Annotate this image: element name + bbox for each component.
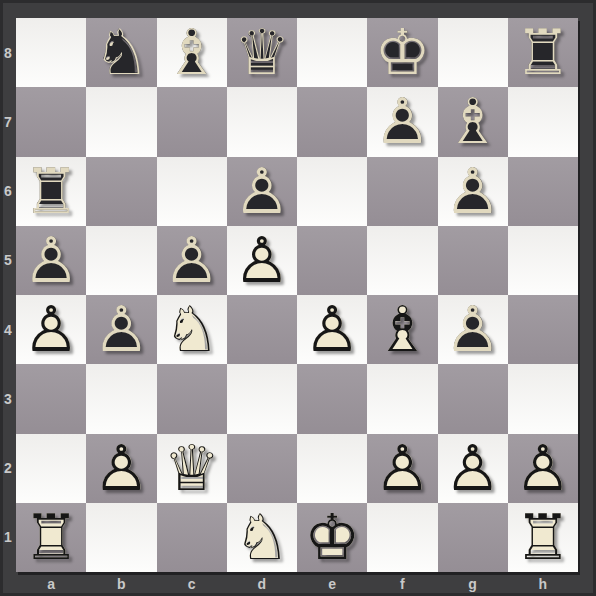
square-b1[interactable] [86,503,156,572]
square-h8[interactable]: ♜♖ [508,18,578,87]
file-label-c: c [157,572,227,596]
square-e4[interactable]: ♟♙ [297,295,367,364]
square-f1[interactable] [367,503,437,572]
file-label-h: h [508,572,578,596]
square-a5[interactable]: ♟♙ [16,226,86,295]
black-pawn[interactable]: ♟♙ [86,295,156,364]
square-a2[interactable] [16,434,86,503]
square-g1[interactable] [438,503,508,572]
square-e7[interactable] [297,87,367,156]
square-g3[interactable] [438,364,508,433]
rank-label-8: 8 [0,18,16,87]
square-d3[interactable] [227,364,297,433]
chessboard-frame: 87654321 ♞♘♝♗♛♕♚♔♜♖♟♙♝♗♜♖♟♙♟♙♟♙♟♙♟♙♟♙♟♙♞… [0,0,596,596]
rank-label-4: 4 [0,295,16,364]
white-pawn[interactable]: ♟♙ [367,434,437,503]
rank-label-7: 7 [0,87,16,156]
black-king[interactable]: ♚♔ [367,18,437,87]
white-pawn[interactable]: ♟♙ [227,226,297,295]
file-label-d: d [227,572,297,596]
square-c1[interactable] [157,503,227,572]
square-d4[interactable] [227,295,297,364]
square-e8[interactable] [297,18,367,87]
square-b5[interactable] [86,226,156,295]
white-rook[interactable]: ♜♖ [508,503,578,572]
white-bishop[interactable]: ♝♗ [367,295,437,364]
square-f7[interactable]: ♟♙ [367,87,437,156]
file-label-e: e [297,572,367,596]
file-label-g: g [438,572,508,596]
black-pawn[interactable]: ♟♙ [157,226,227,295]
square-h3[interactable] [508,364,578,433]
square-g6[interactable]: ♟♙ [438,157,508,226]
square-g7[interactable]: ♝♗ [438,87,508,156]
square-c6[interactable] [157,157,227,226]
square-c3[interactable] [157,364,227,433]
square-e5[interactable] [297,226,367,295]
square-h1[interactable]: ♜♖ [508,503,578,572]
square-b8[interactable]: ♞♘ [86,18,156,87]
square-b2[interactable]: ♟♙ [86,434,156,503]
black-rook[interactable]: ♜♖ [508,18,578,87]
square-g4[interactable]: ♟♙ [438,295,508,364]
square-c8[interactable]: ♝♗ [157,18,227,87]
black-pawn[interactable]: ♟♙ [367,87,437,156]
square-b3[interactable] [86,364,156,433]
square-a6[interactable]: ♜♖ [16,157,86,226]
black-bishop[interactable]: ♝♗ [157,18,227,87]
square-d6[interactable]: ♟♙ [227,157,297,226]
board: ♞♘♝♗♛♕♚♔♜♖♟♙♝♗♜♖♟♙♟♙♟♙♟♙♟♙♟♙♟♙♞♘♟♙♝♗♟♙♟♙… [16,18,578,572]
white-knight[interactable]: ♞♘ [227,503,297,572]
rank-label-6: 6 [0,157,16,226]
square-d2[interactable] [227,434,297,503]
rank-label-5: 5 [0,226,16,295]
square-e3[interactable] [297,364,367,433]
square-b6[interactable] [86,157,156,226]
square-d1[interactable]: ♞♘ [227,503,297,572]
black-queen[interactable]: ♛♕ [227,18,297,87]
square-g8[interactable] [438,18,508,87]
white-pawn[interactable]: ♟♙ [438,434,508,503]
square-h5[interactable] [508,226,578,295]
square-a7[interactable] [16,87,86,156]
square-f5[interactable] [367,226,437,295]
rank-label-3: 3 [0,364,16,433]
white-king[interactable]: ♚♔ [297,503,367,572]
rank-label-2: 2 [0,434,16,503]
rank-labels: 87654321 [0,18,16,572]
white-knight[interactable]: ♞♘ [157,295,227,364]
square-h4[interactable] [508,295,578,364]
square-c4[interactable]: ♞♘ [157,295,227,364]
square-d7[interactable] [227,87,297,156]
square-c2[interactable]: ♛♕ [157,434,227,503]
square-h6[interactable] [508,157,578,226]
white-pawn[interactable]: ♟♙ [16,295,86,364]
square-e6[interactable] [297,157,367,226]
black-pawn[interactable]: ♟♙ [16,226,86,295]
square-a1[interactable]: ♜♖ [16,503,86,572]
square-g5[interactable] [438,226,508,295]
file-label-f: f [367,572,437,596]
white-pawn[interactable]: ♟♙ [508,434,578,503]
black-pawn[interactable]: ♟♙ [227,157,297,226]
square-f8[interactable]: ♚♔ [367,18,437,87]
rank-label-1: 1 [0,503,16,572]
square-a8[interactable] [16,18,86,87]
square-f2[interactable]: ♟♙ [367,434,437,503]
white-rook[interactable]: ♜♖ [16,503,86,572]
file-labels: abcdefgh [16,572,578,596]
square-f3[interactable] [367,364,437,433]
file-label-a: a [16,572,86,596]
black-knight[interactable]: ♞♘ [86,18,156,87]
square-g2[interactable]: ♟♙ [438,434,508,503]
square-a4[interactable]: ♟♙ [16,295,86,364]
square-f6[interactable] [367,157,437,226]
square-h7[interactable] [508,87,578,156]
black-pawn[interactable]: ♟♙ [438,295,508,364]
square-e2[interactable] [297,434,367,503]
square-c7[interactable] [157,87,227,156]
white-pawn[interactable]: ♟♙ [86,434,156,503]
square-b4[interactable]: ♟♙ [86,295,156,364]
file-label-b: b [86,572,156,596]
white-pawn[interactable]: ♟♙ [297,295,367,364]
square-e1[interactable]: ♚♔ [297,503,367,572]
square-b7[interactable] [86,87,156,156]
square-c5[interactable]: ♟♙ [157,226,227,295]
square-a3[interactable] [16,364,86,433]
black-rook[interactable]: ♜♖ [16,157,86,226]
square-d8[interactable]: ♛♕ [227,18,297,87]
black-pawn[interactable]: ♟♙ [438,157,508,226]
black-bishop[interactable]: ♝♗ [438,87,508,156]
square-f4[interactable]: ♝♗ [367,295,437,364]
white-queen[interactable]: ♛♕ [157,434,227,503]
square-d5[interactable]: ♟♙ [227,226,297,295]
square-h2[interactable]: ♟♙ [508,434,578,503]
